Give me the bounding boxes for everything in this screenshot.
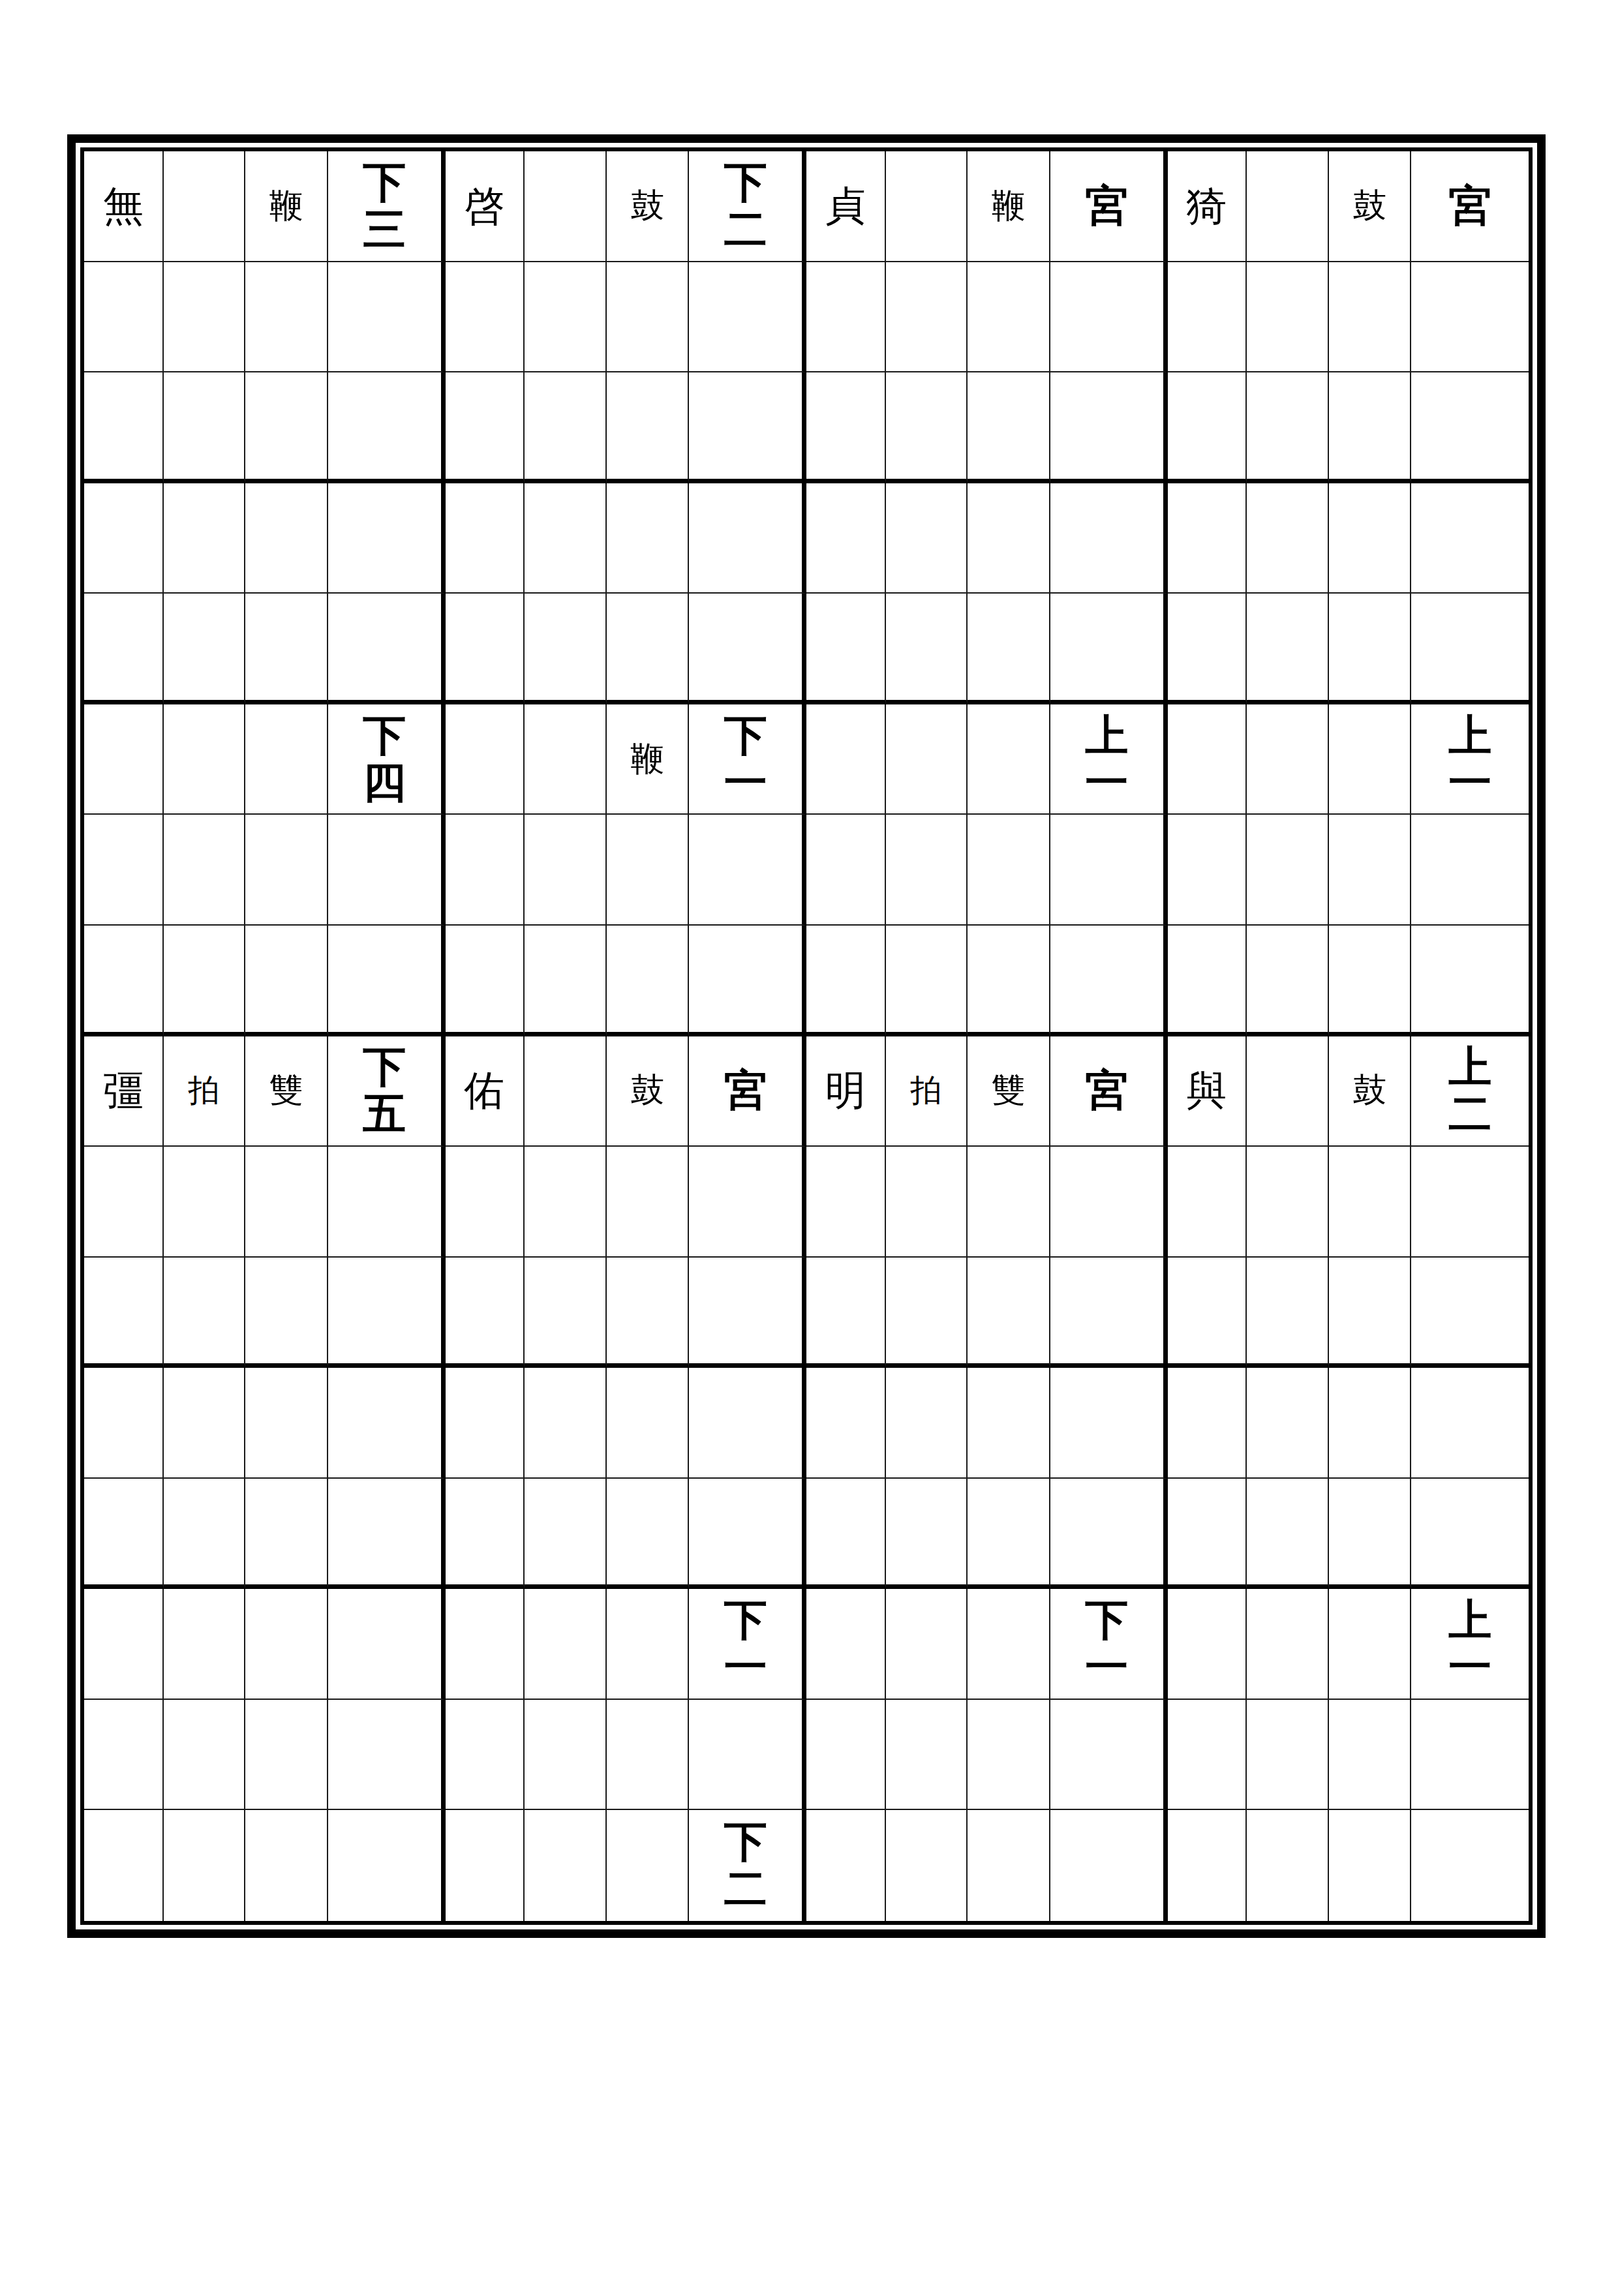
jeonggan-cell-r4c15 bbox=[1329, 483, 1412, 594]
jeonggan-cell-r12c12 bbox=[1050, 1368, 1168, 1479]
jeonggan-cell-r3c6 bbox=[525, 372, 607, 483]
jeonggan-cell-r7c10 bbox=[886, 815, 968, 926]
jeonggan-cell-r16c5 bbox=[446, 1810, 525, 1921]
jeonggan-cell-r4c12 bbox=[1050, 483, 1168, 594]
jeonggan-cell-r10c16 bbox=[1411, 1147, 1529, 1258]
jeonggan-cell-r15c4 bbox=[328, 1700, 446, 1811]
jeonggan-cell-r8c10 bbox=[886, 926, 968, 1036]
jeonggan-cell-r4c9 bbox=[806, 483, 886, 594]
jeonggan-cell-r6c8: 下一 bbox=[689, 704, 806, 815]
pitch-glyph-char: 一 bbox=[1085, 1644, 1128, 1691]
jeonggan-cell-r13c13 bbox=[1168, 1479, 1247, 1590]
jeonggan-cell-r15c8 bbox=[689, 1700, 806, 1811]
jeonggan-cell-r12c9 bbox=[806, 1368, 886, 1479]
pitch-glyph: 下一 bbox=[724, 1597, 767, 1691]
jeonggan-cell-r3c13 bbox=[1168, 372, 1247, 483]
jeonggan-cell-r12c13 bbox=[1168, 1368, 1247, 1479]
jeonggan-cell-r8c7 bbox=[607, 926, 690, 1036]
pitch-glyph: 下二 bbox=[724, 159, 767, 253]
jeonggan-cell-r14c8: 下一 bbox=[689, 1589, 806, 1700]
jeonggan-cell-r4c8 bbox=[689, 483, 806, 594]
jeonggan-cell-r1c5: 啓 bbox=[446, 151, 525, 262]
pitch-glyph-char: 一 bbox=[1448, 759, 1491, 806]
jeonggan-cell-r13c16 bbox=[1411, 1479, 1529, 1590]
jeonggan-cell-r11c1 bbox=[84, 1258, 164, 1368]
jeonggan-cell-r13c10 bbox=[886, 1479, 968, 1590]
jeonggan-cell-r6c10 bbox=[886, 704, 968, 815]
jeonggan-cell-r12c4 bbox=[328, 1368, 446, 1479]
jeonggan-cell-r9c6 bbox=[525, 1036, 607, 1147]
jeonggan-cell-r16c12 bbox=[1050, 1810, 1168, 1921]
jeonggan-cell-r14c4 bbox=[328, 1589, 446, 1700]
jeonggan-cell-r1c16: 宮 bbox=[1411, 151, 1529, 262]
jeonggan-cell-r14c16: 上一 bbox=[1411, 1589, 1529, 1700]
jeonggan-cell-r2c10 bbox=[886, 262, 968, 373]
jeonggan-cell-r5c12 bbox=[1050, 594, 1168, 704]
jeonggan-cell-r5c13 bbox=[1168, 594, 1247, 704]
jeonggan-cell-r9c7: 鼓 bbox=[607, 1036, 690, 1147]
pitch-glyph-char: 宮 bbox=[724, 1067, 767, 1114]
jeonggan-cell-r14c7 bbox=[607, 1589, 690, 1700]
jeonggan-cell-r4c16 bbox=[1411, 483, 1529, 594]
jeonggan-cell-r1c12: 宮 bbox=[1050, 151, 1168, 262]
lyric-glyph: 無 bbox=[103, 186, 144, 226]
jeonggan-cell-r9c15: 鼓 bbox=[1329, 1036, 1412, 1147]
jeonggan-cell-r11c15 bbox=[1329, 1258, 1412, 1368]
jeonggan-cell-r3c12 bbox=[1050, 372, 1168, 483]
jeonggan-cell-r11c7 bbox=[607, 1258, 690, 1368]
jeonggan-cell-r12c6 bbox=[525, 1368, 607, 1479]
jeonggan-cell-r1c4: 下三 bbox=[328, 151, 446, 262]
jeonggan-cell-r5c3 bbox=[245, 594, 328, 704]
jeonggan-cell-r10c13 bbox=[1168, 1147, 1247, 1258]
jeonggan-cell-r10c1 bbox=[84, 1147, 164, 1258]
janggu-glyph: 鼓 bbox=[1352, 1074, 1386, 1108]
jeonggan-cell-r15c2 bbox=[164, 1700, 246, 1811]
jeonggan-cell-r14c10 bbox=[886, 1589, 968, 1700]
jeonggan-cell-r8c15 bbox=[1329, 926, 1412, 1036]
jeonggan-cell-r3c16 bbox=[1411, 372, 1529, 483]
jeonggan-cell-r1c9: 貞 bbox=[806, 151, 886, 262]
jeonggan-cell-r2c1 bbox=[84, 262, 164, 373]
jeonggan-cell-r10c15 bbox=[1329, 1147, 1412, 1258]
jeonggan-cell-r4c3 bbox=[245, 483, 328, 594]
jeonggan-cell-r13c8 bbox=[689, 1479, 806, 1590]
jeonggan-cell-r2c12 bbox=[1050, 262, 1168, 373]
jeonggan-cell-r15c9 bbox=[806, 1700, 886, 1811]
jeonggan-cell-r4c11 bbox=[968, 483, 1050, 594]
jeonggan-cell-r1c13: 猗 bbox=[1168, 151, 1247, 262]
pitch-glyph: 下二 bbox=[724, 1819, 767, 1912]
jeonggan-cell-r14c9 bbox=[806, 1589, 886, 1700]
pitch-glyph-char: 上 bbox=[1448, 1597, 1491, 1644]
jeonggan-cell-r13c12 bbox=[1050, 1479, 1168, 1590]
jeonggan-cell-r3c8 bbox=[689, 372, 806, 483]
jeonggan-cell-r13c1 bbox=[84, 1479, 164, 1590]
jeonggan-cell-r6c15 bbox=[1329, 704, 1412, 815]
jeonggan-cell-r10c10 bbox=[886, 1147, 968, 1258]
jeonggan-cell-r12c14 bbox=[1247, 1368, 1329, 1479]
jeonggan-cell-r16c8: 下二 bbox=[689, 1810, 806, 1921]
clapper-glyph: 拍 bbox=[910, 1075, 941, 1106]
jeonggan-cell-r11c5 bbox=[446, 1258, 525, 1368]
jeonggan-cell-r12c15 bbox=[1329, 1368, 1412, 1479]
jeonggan-cell-r5c1 bbox=[84, 594, 164, 704]
jeonggan-cell-r11c12 bbox=[1050, 1258, 1168, 1368]
jeonggan-cell-r15c5 bbox=[446, 1700, 525, 1811]
jeonggan-cell-r5c6 bbox=[525, 594, 607, 704]
jeonggan-cell-r15c3 bbox=[245, 1700, 328, 1811]
jeonggan-cell-r2c5 bbox=[446, 262, 525, 373]
jeonggan-cell-r4c7 bbox=[607, 483, 690, 594]
jeonggan-cell-r14c6 bbox=[525, 1589, 607, 1700]
jeonggan-cell-r12c1 bbox=[84, 1368, 164, 1479]
jeonggan-cell-r5c8 bbox=[689, 594, 806, 704]
jeonggan-cell-r3c14 bbox=[1247, 372, 1329, 483]
jeonggan-cell-r12c3 bbox=[245, 1368, 328, 1479]
jeonggan-cell-r4c5 bbox=[446, 483, 525, 594]
jeonggan-cell-r9c10: 拍 bbox=[886, 1036, 968, 1147]
jeonggan-cell-r10c7 bbox=[607, 1147, 690, 1258]
jeonggan-cell-r7c13 bbox=[1168, 815, 1247, 926]
pitch-glyph-char: 下 bbox=[724, 712, 767, 759]
jeonggan-cell-r5c2 bbox=[164, 594, 246, 704]
jeonggan-cell-r14c2 bbox=[164, 1589, 246, 1700]
pitch-glyph: 下五 bbox=[363, 1044, 406, 1138]
jeonggan-cell-r15c16 bbox=[1411, 1700, 1529, 1811]
jeonggan-cell-r8c3 bbox=[245, 926, 328, 1036]
jeonggan-cell-r16c4 bbox=[328, 1810, 446, 1921]
janggu-glyph: 鞭 bbox=[992, 189, 1026, 223]
jeonggan-cell-r5c10 bbox=[886, 594, 968, 704]
jeonggan-cell-r10c6 bbox=[525, 1147, 607, 1258]
jeonggan-cell-r3c9 bbox=[806, 372, 886, 483]
jeonggan-cell-r9c11: 雙 bbox=[968, 1036, 1050, 1147]
jeonggan-cell-r1c11: 鞭 bbox=[968, 151, 1050, 262]
jeonggan-cell-r14c11 bbox=[968, 1589, 1050, 1700]
jeonggan-cell-r12c11 bbox=[968, 1368, 1050, 1479]
jeonggan-cell-r6c3 bbox=[245, 704, 328, 815]
jeonggan-cell-r11c4 bbox=[328, 1258, 446, 1368]
jeonggan-cell-r7c5 bbox=[446, 815, 525, 926]
jeonggan-cell-r13c4 bbox=[328, 1479, 446, 1590]
jeonggan-cell-r8c9 bbox=[806, 926, 886, 1036]
pitch-glyph: 下四 bbox=[363, 712, 406, 806]
jeonggan-cell-r8c8 bbox=[689, 926, 806, 1036]
jeonggan-cell-r15c10 bbox=[886, 1700, 968, 1811]
jeonggan-cell-r9c1: 彊 bbox=[84, 1036, 164, 1147]
pitch-glyph-char: 宮 bbox=[1085, 183, 1128, 230]
jeonggan-cell-r15c7 bbox=[607, 1700, 690, 1811]
lyric-glyph: 與 bbox=[1186, 1070, 1227, 1111]
jeonggan-cell-r6c5 bbox=[446, 704, 525, 815]
jeonggan-cell-r11c8 bbox=[689, 1258, 806, 1368]
jeonggan-cell-r5c15 bbox=[1329, 594, 1412, 704]
jeonggan-cell-r2c15 bbox=[1329, 262, 1412, 373]
jeonggan-cell-r16c7 bbox=[607, 1810, 690, 1921]
pitch-glyph: 上一 bbox=[1085, 712, 1128, 806]
jeonggan-cell-r12c10 bbox=[886, 1368, 968, 1479]
jeonggan-cell-r2c3 bbox=[245, 262, 328, 373]
pitch-glyph-char: 二 bbox=[1448, 1091, 1491, 1138]
jeonggan-cell-r10c8 bbox=[689, 1147, 806, 1258]
jeonggan-cell-r12c8 bbox=[689, 1368, 806, 1479]
jeonggan-cell-r8c1 bbox=[84, 926, 164, 1036]
janggu-glyph: 鞭 bbox=[630, 742, 664, 776]
jeonggan-cell-r2c11 bbox=[968, 262, 1050, 373]
jeonggan-cell-r14c14 bbox=[1247, 1589, 1329, 1700]
pitch-glyph: 宮 bbox=[724, 1067, 767, 1114]
jeonggan-cell-r8c4 bbox=[328, 926, 446, 1036]
jeonggan-cell-r1c6 bbox=[525, 151, 607, 262]
jeonggan-cell-r6c7: 鞭 bbox=[607, 704, 690, 815]
pitch-glyph: 下一 bbox=[724, 712, 767, 806]
pitch-glyph-char: 宮 bbox=[1085, 1067, 1128, 1114]
pitch-glyph-char: 一 bbox=[1448, 1644, 1491, 1691]
jeonggan-cell-r2c6 bbox=[525, 262, 607, 373]
jeonggan-cell-r11c10 bbox=[886, 1258, 968, 1368]
jeonggan-cell-r2c13 bbox=[1168, 262, 1247, 373]
jeonggan-cell-r10c9 bbox=[806, 1147, 886, 1258]
jeonggan-cell-r16c1 bbox=[84, 1810, 164, 1921]
jeonggan-cell-r6c14 bbox=[1247, 704, 1329, 815]
jeonggan-cell-r2c2 bbox=[164, 262, 246, 373]
jeonggan-cell-r7c14 bbox=[1247, 815, 1329, 926]
jeonggan-cell-r7c1 bbox=[84, 815, 164, 926]
jeonggan-cell-r13c7 bbox=[607, 1479, 690, 1590]
jeonggan-cell-r4c2 bbox=[164, 483, 246, 594]
jeonggan-cell-r6c1 bbox=[84, 704, 164, 815]
jeonggan-cell-r3c10 bbox=[886, 372, 968, 483]
jeonggan-cell-r14c13 bbox=[1168, 1589, 1247, 1700]
pitch-glyph-char: 下 bbox=[363, 1044, 406, 1091]
lyric-glyph: 啓 bbox=[464, 186, 504, 226]
jeonggan-cell-r10c2 bbox=[164, 1147, 246, 1258]
jeonggan-cell-r11c6 bbox=[525, 1258, 607, 1368]
pitch-glyph-char: 下 bbox=[724, 159, 767, 206]
jeonggan-cell-r6c6 bbox=[525, 704, 607, 815]
jeonggan-cell-r9c16: 上二 bbox=[1411, 1036, 1529, 1147]
score-grid: 無鞭下三啓鼓下二貞鞭宮猗鼓宮下四鞭下一上一上一彊拍雙下五佑鼓宮明拍雙宮與鼓上二下… bbox=[84, 151, 1529, 1921]
jeonggan-cell-r5c7 bbox=[607, 594, 690, 704]
jeonggan-cell-r16c14 bbox=[1247, 1810, 1329, 1921]
jeonggan-cell-r12c7 bbox=[607, 1368, 690, 1479]
jeonggan-cell-r15c14 bbox=[1247, 1700, 1329, 1811]
jeonggan-cell-r4c13 bbox=[1168, 483, 1247, 594]
jeonggan-cell-r11c16 bbox=[1411, 1258, 1529, 1368]
jeonggan-cell-r3c2 bbox=[164, 372, 246, 483]
jeonggan-cell-r7c4 bbox=[328, 815, 446, 926]
jeonggan-cell-r3c15 bbox=[1329, 372, 1412, 483]
jeonggan-cell-r16c6 bbox=[525, 1810, 607, 1921]
jeonggan-cell-r9c12: 宮 bbox=[1050, 1036, 1168, 1147]
jeonggan-cell-r7c3 bbox=[245, 815, 328, 926]
jeonggan-cell-r11c9 bbox=[806, 1258, 886, 1368]
jeonggan-cell-r10c14 bbox=[1247, 1147, 1329, 1258]
jeonggan-cell-r2c8 bbox=[689, 262, 806, 373]
lyric-glyph: 明 bbox=[825, 1070, 866, 1111]
jeonggan-cell-r12c5 bbox=[446, 1368, 525, 1479]
janggu-glyph: 鼓 bbox=[630, 189, 664, 223]
jeonggan-cell-r4c6 bbox=[525, 483, 607, 594]
pitch-glyph-char: 一 bbox=[724, 759, 767, 806]
jeonggan-cell-r9c14 bbox=[1247, 1036, 1329, 1147]
jeonggan-cell-r6c4: 下四 bbox=[328, 704, 446, 815]
janggu-glyph: 鞭 bbox=[269, 189, 303, 223]
jeonggan-cell-r15c11 bbox=[968, 1700, 1050, 1811]
jeonggan-cell-r10c11 bbox=[968, 1147, 1050, 1258]
jeonggan-cell-r5c11 bbox=[968, 594, 1050, 704]
jeonggan-cell-r7c2 bbox=[164, 815, 246, 926]
jeonggan-cell-r8c6 bbox=[525, 926, 607, 1036]
jeonggan-cell-r16c16 bbox=[1411, 1810, 1529, 1921]
pitch-glyph-char: 三 bbox=[363, 206, 406, 253]
jeonggan-cell-r3c4 bbox=[328, 372, 446, 483]
jeonggan-cell-r1c1: 無 bbox=[84, 151, 164, 262]
jeonggan-cell-r10c3 bbox=[245, 1147, 328, 1258]
pitch-glyph: 下一 bbox=[1085, 1597, 1128, 1691]
jeonggan-cell-r11c3 bbox=[245, 1258, 328, 1368]
jeonggan-cell-r11c13 bbox=[1168, 1258, 1247, 1368]
jeonggan-cell-r7c9 bbox=[806, 815, 886, 926]
jeonggan-cell-r3c11 bbox=[968, 372, 1050, 483]
jeonggan-cell-r13c6 bbox=[525, 1479, 607, 1590]
jeonggan-cell-r4c1 bbox=[84, 483, 164, 594]
jeonggan-cell-r6c13 bbox=[1168, 704, 1247, 815]
jeonggan-cell-r15c15 bbox=[1329, 1700, 1412, 1811]
lyric-glyph: 佑 bbox=[464, 1070, 504, 1111]
jeonggan-cell-r1c3: 鞭 bbox=[245, 151, 328, 262]
lyric-glyph: 猗 bbox=[1186, 186, 1227, 226]
janggu-glyph: 鼓 bbox=[630, 1074, 664, 1108]
jeonggan-cell-r11c11 bbox=[968, 1258, 1050, 1368]
pitch-glyph-char: 下 bbox=[724, 1819, 767, 1865]
jeonggan-cell-r14c15 bbox=[1329, 1589, 1412, 1700]
jeonggan-cell-r15c6 bbox=[525, 1700, 607, 1811]
jeonggan-cell-r5c9 bbox=[806, 594, 886, 704]
jeonggan-cell-r6c11 bbox=[968, 704, 1050, 815]
pitch-glyph-char: 一 bbox=[724, 1644, 767, 1691]
jeonggan-cell-r7c11 bbox=[968, 815, 1050, 926]
jeonggan-cell-r15c12 bbox=[1050, 1700, 1168, 1811]
jeonggan-cell-r1c8: 下二 bbox=[689, 151, 806, 262]
jeonggan-cell-r16c2 bbox=[164, 1810, 246, 1921]
jeonggan-cell-r9c4: 下五 bbox=[328, 1036, 446, 1147]
pitch-glyph: 宮 bbox=[1085, 1067, 1128, 1114]
pitch-glyph-char: 上 bbox=[1085, 712, 1128, 759]
jeonggan-cell-r3c5 bbox=[446, 372, 525, 483]
jeonggan-cell-r13c9 bbox=[806, 1479, 886, 1590]
jeonggan-cell-r12c16 bbox=[1411, 1368, 1529, 1479]
jeonggan-cell-r10c5 bbox=[446, 1147, 525, 1258]
jeonggan-cell-r3c7 bbox=[607, 372, 690, 483]
jeonggan-cell-r5c16 bbox=[1411, 594, 1529, 704]
jeonggan-cell-r13c11 bbox=[968, 1479, 1050, 1590]
pitch-glyph-char: 上 bbox=[1448, 1044, 1491, 1091]
jeonggan-cell-r13c14 bbox=[1247, 1479, 1329, 1590]
jeonggan-cell-r9c9: 明 bbox=[806, 1036, 886, 1147]
jeonggan-cell-r2c16 bbox=[1411, 262, 1529, 373]
score-inner-border: 無鞭下三啓鼓下二貞鞭宮猗鼓宮下四鞭下一上一上一彊拍雙下五佑鼓宮明拍雙宮與鼓上二下… bbox=[80, 147, 1533, 1925]
pitch-glyph: 下三 bbox=[363, 159, 406, 253]
jeonggan-cell-r8c5 bbox=[446, 926, 525, 1036]
pitch-glyph-char: 五 bbox=[363, 1091, 406, 1138]
jeonggan-cell-r4c4 bbox=[328, 483, 446, 594]
jeonggan-cell-r16c9 bbox=[806, 1810, 886, 1921]
pitch-glyph-char: 上 bbox=[1448, 712, 1491, 759]
jeonggan-cell-r3c3 bbox=[245, 372, 328, 483]
jeonggan-cell-r2c4 bbox=[328, 262, 446, 373]
jeonggan-cell-r5c5 bbox=[446, 594, 525, 704]
jeonggan-cell-r9c8: 宮 bbox=[689, 1036, 806, 1147]
jeonggan-cell-r2c14 bbox=[1247, 262, 1329, 373]
jeonggan-cell-r12c2 bbox=[164, 1368, 246, 1479]
pitch-glyph-char: 下 bbox=[363, 159, 406, 206]
jeonggan-cell-r14c3 bbox=[245, 1589, 328, 1700]
jeonggan-cell-r16c13 bbox=[1168, 1810, 1247, 1921]
jeonggan-cell-r16c11 bbox=[968, 1810, 1050, 1921]
jeonggan-cell-r4c10 bbox=[886, 483, 968, 594]
pitch-glyph: 上一 bbox=[1448, 712, 1491, 806]
pitch-glyph: 宮 bbox=[1448, 183, 1491, 230]
jeonggan-cell-r8c13 bbox=[1168, 926, 1247, 1036]
jeonggan-cell-r14c5 bbox=[446, 1589, 525, 1700]
jeonggan-cell-r11c2 bbox=[164, 1258, 246, 1368]
pitch-glyph-char: 二 bbox=[724, 1865, 767, 1912]
jeonggan-cell-r6c9 bbox=[806, 704, 886, 815]
jeonggan-cell-r14c12: 下一 bbox=[1050, 1589, 1168, 1700]
jeonggan-cell-r13c15 bbox=[1329, 1479, 1412, 1590]
pitch-glyph-char: 一 bbox=[1085, 759, 1128, 806]
pitch-glyph: 宮 bbox=[1085, 183, 1128, 230]
jeonggan-cell-r14c1 bbox=[84, 1589, 164, 1700]
score-outer-border: 無鞭下三啓鼓下二貞鞭宮猗鼓宮下四鞭下一上一上一彊拍雙下五佑鼓宮明拍雙宮與鼓上二下… bbox=[67, 134, 1546, 1938]
jeonggan-cell-r5c14 bbox=[1247, 594, 1329, 704]
clapper-glyph: 拍 bbox=[188, 1075, 219, 1106]
jeonggan-cell-r15c1 bbox=[84, 1700, 164, 1811]
jeonggan-cell-r1c7: 鼓 bbox=[607, 151, 690, 262]
jeonggan-cell-r1c10 bbox=[886, 151, 968, 262]
jeonggan-cell-r6c12: 上一 bbox=[1050, 704, 1168, 815]
score-page: { "game": "jeongganbo", "description": "… bbox=[0, 0, 1618, 2296]
jeonggan-cell-r15c13 bbox=[1168, 1700, 1247, 1811]
pitch-glyph-char: 四 bbox=[363, 759, 406, 806]
jeonggan-cell-r9c2: 拍 bbox=[164, 1036, 246, 1147]
pitch-glyph-char: 二 bbox=[724, 206, 767, 253]
jeonggan-cell-r7c12 bbox=[1050, 815, 1168, 926]
jeonggan-cell-r16c10 bbox=[886, 1810, 968, 1921]
jeonggan-cell-r10c12 bbox=[1050, 1147, 1168, 1258]
jeonggan-cell-r16c15 bbox=[1329, 1810, 1412, 1921]
jeonggan-cell-r4c14 bbox=[1247, 483, 1329, 594]
jeonggan-cell-r8c16 bbox=[1411, 926, 1529, 1036]
pitch-glyph: 上一 bbox=[1448, 1597, 1491, 1691]
lyric-glyph: 彊 bbox=[103, 1070, 144, 1111]
jeonggan-cell-r1c14 bbox=[1247, 151, 1329, 262]
jeonggan-cell-r6c16: 上一 bbox=[1411, 704, 1529, 815]
jeonggan-cell-r7c7 bbox=[607, 815, 690, 926]
jeonggan-cell-r9c3: 雙 bbox=[245, 1036, 328, 1147]
jeonggan-cell-r7c15 bbox=[1329, 815, 1412, 926]
janggu-glyph: 鼓 bbox=[1352, 189, 1386, 223]
pitch-glyph: 上二 bbox=[1448, 1044, 1491, 1138]
janggu-glyph: 雙 bbox=[992, 1074, 1026, 1108]
jeonggan-cell-r8c11 bbox=[968, 926, 1050, 1036]
jeonggan-cell-r8c14 bbox=[1247, 926, 1329, 1036]
jeonggan-cell-r6c2 bbox=[164, 704, 246, 815]
jeonggan-cell-r8c2 bbox=[164, 926, 246, 1036]
jeonggan-cell-r2c7 bbox=[607, 262, 690, 373]
